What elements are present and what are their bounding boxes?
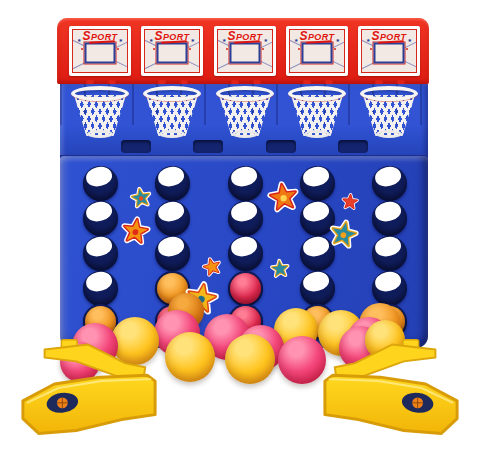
right-launcher: [317, 337, 465, 441]
hole-highlight: [157, 165, 186, 189]
net-bottom: [376, 130, 402, 138]
hole-highlight: [85, 165, 114, 189]
dot-icon: [334, 48, 336, 50]
star-icon: ★: [119, 38, 123, 43]
basket-net-2: [143, 86, 201, 138]
backboard-target-square: [374, 43, 405, 64]
dot-icon: [406, 48, 408, 50]
dot-icon: [189, 48, 191, 50]
board-hole-r3c3: [228, 236, 263, 271]
star-icon: ★: [149, 38, 153, 43]
basket-net-4: [288, 86, 346, 138]
yellow-ball: [165, 332, 215, 382]
basket-net-1: [71, 86, 129, 138]
board-hole-r1c3: [228, 166, 263, 201]
backboard-5: SPORT★★: [358, 26, 420, 76]
star-icon: ★: [408, 38, 412, 43]
hole-highlight: [302, 200, 331, 224]
bar-slot: [338, 140, 368, 153]
basket-rim: [71, 86, 129, 101]
dot-icon: [117, 48, 119, 50]
hole-highlight: [230, 200, 259, 224]
board-hole-r4c5: [372, 271, 407, 306]
net-bottom: [87, 130, 113, 138]
star-sticker-icon: [270, 259, 290, 279]
board-hole-r3c5: [372, 236, 407, 271]
backboard-1: SPORT★★: [69, 26, 131, 76]
net-bottom: [159, 130, 185, 138]
net-bottom: [232, 130, 258, 138]
dot-icon: [298, 48, 300, 50]
backboard-target-square: [230, 43, 261, 64]
hole-highlight: [85, 200, 114, 224]
red-ball: [230, 273, 261, 304]
star-sticker-icon: [267, 181, 300, 214]
board-hole-r4c1: [83, 271, 118, 306]
dot-icon: [81, 48, 83, 50]
backboard-panel: SPORT★★: [144, 29, 200, 73]
net-bottom: [304, 130, 330, 138]
hole-highlight: [230, 165, 259, 189]
left-launcher: [15, 337, 163, 441]
board-hole-r1c2: [155, 166, 190, 201]
backboard-panel: SPORT★★: [217, 29, 273, 73]
hole-highlight: [85, 235, 114, 259]
star-sticker-icon: [129, 186, 152, 209]
bar-slot: [193, 140, 223, 153]
backboard-2: SPORT★★: [141, 26, 203, 76]
hole-highlight: [302, 165, 331, 189]
star-icon: ★: [191, 38, 195, 43]
backboard-3: SPORT★★: [214, 26, 276, 76]
star-icon: ★: [264, 38, 268, 43]
basket-rim: [216, 86, 274, 101]
board-hole-r2c2: [155, 201, 190, 236]
basket-net-3: [216, 86, 274, 138]
dot-icon: [226, 48, 228, 50]
backboard-target-square: [302, 43, 333, 64]
board-hole-r1c5: [372, 166, 407, 201]
star-sticker-icon: [327, 218, 359, 250]
star-icon: ★: [366, 38, 370, 43]
hole-highlight: [374, 165, 403, 189]
backboard-panel: SPORT★★: [361, 29, 417, 73]
star-icon: ★: [222, 38, 226, 43]
basket-rim: [143, 86, 201, 101]
board-hole-r2c5: [372, 201, 407, 236]
hole-highlight: [302, 270, 331, 294]
hole-highlight: [302, 235, 331, 259]
hole-highlight: [374, 235, 403, 259]
hole-highlight: [374, 270, 403, 294]
board-hole-r2c4: [300, 201, 335, 236]
basket-rim: [360, 86, 418, 101]
backboard-target-square: [157, 43, 188, 64]
hole-highlight: [230, 235, 259, 259]
backboard-banner: SPORT★★SPORT★★SPORT★★SPORT★★SPORT★★: [57, 18, 429, 84]
board-hole-r1c1: [83, 166, 118, 201]
bar-slot: [121, 140, 151, 153]
dot-icon: [262, 48, 264, 50]
board-hole-r1c4: [300, 166, 335, 201]
board-hole-r3c1: [83, 236, 118, 271]
yellow-ball: [225, 334, 275, 384]
star-sticker-icon: [341, 193, 358, 210]
dot-icon: [370, 48, 372, 50]
backboard-panel: SPORT★★: [72, 29, 128, 73]
dot-icon: [153, 48, 155, 50]
hole-highlight: [85, 270, 114, 294]
board-hole-r2c1: [83, 201, 118, 236]
board-hole-r2c3: [228, 201, 263, 236]
star-icon: ★: [294, 38, 298, 43]
hole-highlight: [374, 200, 403, 224]
board-hole-r4c3: [228, 271, 263, 306]
star-icon: ★: [77, 38, 81, 43]
star-sticker-icon: [120, 216, 150, 246]
bar-slot: [266, 140, 296, 153]
basket-rim: [288, 86, 346, 101]
hole-highlight: [157, 200, 186, 224]
backboard-panel: SPORT★★: [289, 29, 345, 73]
product-photo: SPORT★★SPORT★★SPORT★★SPORT★★SPORT★★: [0, 0, 480, 461]
hole-highlight: [157, 235, 186, 259]
backboard-4: SPORT★★: [286, 26, 348, 76]
backboard-target-square: [85, 43, 116, 64]
board-hole-r3c2: [155, 236, 190, 271]
basket-net-5: [360, 86, 418, 138]
board-hole-r4c4: [300, 271, 335, 306]
star-icon: ★: [336, 38, 340, 43]
